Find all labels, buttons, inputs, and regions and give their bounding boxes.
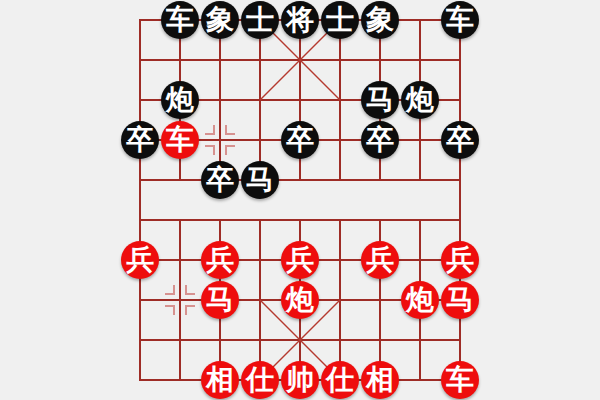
black-elephant[interactable]: 象 xyxy=(200,0,240,40)
black-elephant[interactable]: 象 xyxy=(360,0,400,40)
red-advisor[interactable]: 仕 xyxy=(240,360,280,400)
black-pawn[interactable]: 卒 xyxy=(120,120,160,160)
piece-glyph: 兵 xyxy=(281,241,319,279)
red-pawn[interactable]: 兵 xyxy=(280,240,320,280)
piece-glyph: 卒 xyxy=(441,121,479,159)
black-horse[interactable]: 马 xyxy=(360,80,400,120)
red-elephant[interactable]: 相 xyxy=(200,360,240,400)
red-horse[interactable]: 马 xyxy=(440,280,480,320)
piece-glyph: 炮 xyxy=(401,281,439,319)
piece-glyph: 炮 xyxy=(161,81,199,119)
piece-glyph: 帅 xyxy=(281,361,319,399)
black-advisor[interactable]: 士 xyxy=(240,0,280,40)
marker-corner xyxy=(205,125,215,135)
marker-corner xyxy=(185,285,195,295)
piece-glyph: 兵 xyxy=(441,241,479,279)
red-pawn[interactable]: 兵 xyxy=(200,240,240,280)
piece-glyph: 士 xyxy=(321,1,359,39)
piece-glyph: 车 xyxy=(441,1,479,39)
piece-glyph: 相 xyxy=(201,361,239,399)
red-pawn[interactable]: 兵 xyxy=(360,240,400,280)
piece-glyph: 卒 xyxy=(281,121,319,159)
piece-glyph: 马 xyxy=(441,281,479,319)
red-cannon[interactable]: 炮 xyxy=(280,280,320,320)
marker-corner xyxy=(205,145,215,155)
marker-corner xyxy=(225,145,235,155)
piece-layer: 车象士将士象车炮马炮卒车卒卒卒卒马兵兵兵兵兵马炮炮马相仕帅仕相车 xyxy=(120,0,480,400)
marker-corner xyxy=(165,285,175,295)
piece-glyph: 马 xyxy=(201,281,239,319)
piece-glyph: 卒 xyxy=(361,121,399,159)
piece-glyph: 仕 xyxy=(321,361,359,399)
piece-glyph: 相 xyxy=(361,361,399,399)
piece-glyph: 车 xyxy=(441,361,479,399)
red-rook[interactable]: 车 xyxy=(440,360,480,400)
black-cannon[interactable]: 炮 xyxy=(400,80,440,120)
black-pawn[interactable]: 卒 xyxy=(440,120,480,160)
last-move-marker xyxy=(160,280,200,320)
piece-glyph: 士 xyxy=(241,1,279,39)
piece-glyph: 马 xyxy=(241,161,279,199)
piece-glyph: 炮 xyxy=(401,81,439,119)
black-pawn[interactable]: 卒 xyxy=(360,120,400,160)
piece-glyph: 兵 xyxy=(361,241,399,279)
black-horse[interactable]: 马 xyxy=(240,160,280,200)
red-pawn[interactable]: 兵 xyxy=(120,240,160,280)
piece-glyph: 象 xyxy=(201,1,239,39)
piece-glyph: 象 xyxy=(361,1,399,39)
black-pawn[interactable]: 卒 xyxy=(200,160,240,200)
red-horse[interactable]: 马 xyxy=(200,280,240,320)
red-advisor[interactable]: 仕 xyxy=(320,360,360,400)
black-cannon[interactable]: 炮 xyxy=(160,80,200,120)
piece-glyph: 马 xyxy=(361,81,399,119)
marker-corner xyxy=(185,305,195,315)
piece-glyph: 将 xyxy=(281,1,319,39)
marker-corner xyxy=(165,305,175,315)
piece-glyph: 兵 xyxy=(201,241,239,279)
piece-glyph: 仕 xyxy=(241,361,279,399)
red-pawn[interactable]: 兵 xyxy=(440,240,480,280)
black-rook[interactable]: 车 xyxy=(160,0,200,40)
piece-glyph: 卒 xyxy=(201,161,239,199)
piece-glyph: 兵 xyxy=(121,241,159,279)
black-king[interactable]: 将 xyxy=(280,0,320,40)
black-pawn[interactable]: 卒 xyxy=(280,120,320,160)
xiangqi-app: 车象士将士象车炮马炮卒车卒卒卒卒马兵兵兵兵兵马炮炮马相仕帅仕相车 xyxy=(0,0,600,400)
marker-corner xyxy=(225,125,235,135)
xiangqi-board: 车象士将士象车炮马炮卒车卒卒卒卒马兵兵兵兵兵马炮炮马相仕帅仕相车 xyxy=(0,0,600,400)
red-cannon[interactable]: 炮 xyxy=(400,280,440,320)
piece-glyph: 车 xyxy=(161,1,199,39)
black-advisor[interactable]: 士 xyxy=(320,0,360,40)
piece-glyph: 车 xyxy=(161,121,199,159)
last-move-marker xyxy=(200,120,240,160)
red-elephant[interactable]: 相 xyxy=(360,360,400,400)
piece-glyph: 炮 xyxy=(281,281,319,319)
piece-glyph: 卒 xyxy=(121,121,159,159)
red-rook[interactable]: 车 xyxy=(160,120,200,160)
red-king[interactable]: 帅 xyxy=(280,360,320,400)
black-rook[interactable]: 车 xyxy=(440,0,480,40)
